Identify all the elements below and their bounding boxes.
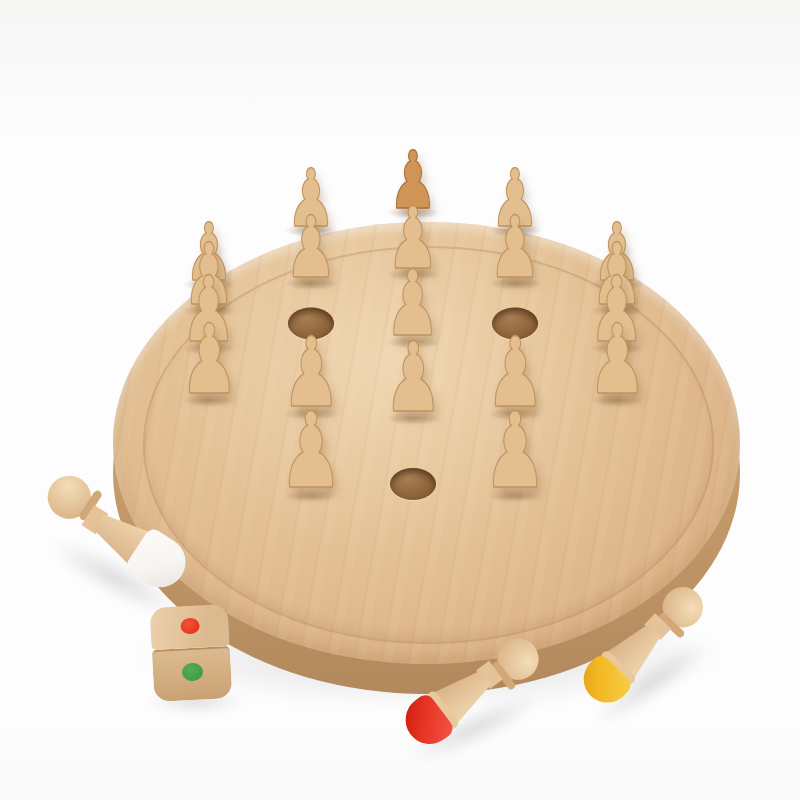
board-cell-r5c2: ♟ — [260, 426, 362, 512]
product-photo-scene: ♟♟♟♟♟♟♟♟♟♟♟♟♟♟♟♟♟♟♟♟ — [0, 0, 800, 800]
wooden-peg-icon: ♟ — [179, 311, 239, 408]
board-cell-r4c5: ♟ — [566, 350, 668, 426]
wooden-peg-icon: ♟ — [587, 311, 647, 408]
board-cell-r5c5 — [566, 426, 668, 512]
wooden-peg-icon: ♟ — [285, 205, 338, 291]
wooden-peg-icon: ♟ — [483, 399, 548, 504]
die-top-face — [150, 604, 230, 650]
board-cell-r2c4: ♟ — [464, 220, 566, 282]
empty-hole — [390, 468, 436, 500]
board-cell-r1c5: ♟ — [566, 142, 668, 220]
board-cell-r2c2: ♟ — [260, 220, 362, 282]
board-cell-r5c4: ♟ — [464, 426, 566, 512]
board-cell-r4c1: ♟ — [158, 350, 260, 426]
board-cell-r4c3: ♟ — [362, 350, 464, 426]
wooden-peg-icon: ♟ — [489, 205, 542, 291]
wooden-peg-icon: ♟ — [383, 329, 443, 426]
die-front-face — [152, 646, 233, 702]
board-cell-r5c1 — [158, 426, 260, 512]
board-grid: ♟♟♟♟♟♟♟♟♟♟♟♟♟♟♟♟♟♟♟♟ — [158, 142, 668, 512]
wooden-peg-icon: ♟ — [279, 399, 344, 504]
die-red-dot-icon — [180, 618, 200, 635]
color-die — [150, 604, 233, 702]
board-cell-r1c1: ♟ — [158, 142, 260, 220]
board-cell-r5c3 — [362, 426, 464, 512]
die-green-dot-icon — [182, 662, 204, 681]
